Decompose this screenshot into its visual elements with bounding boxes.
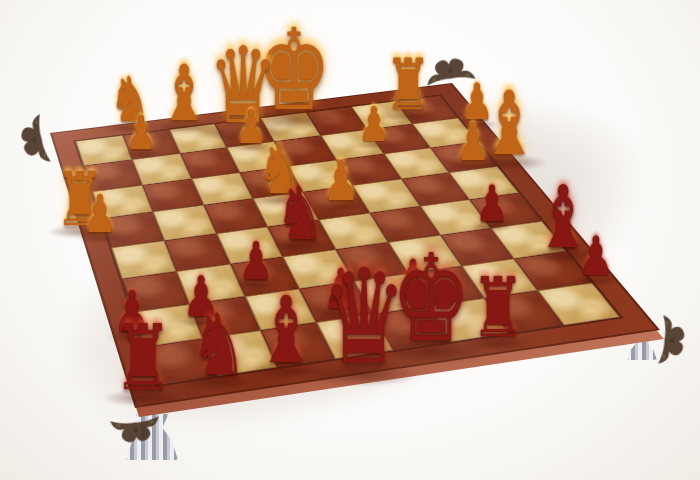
corner-bracket-icon — [107, 412, 164, 449]
pawn-glyph: ♟ — [475, 179, 508, 229]
piece-red-knight-b1[interactable]: ♞ — [181, 302, 257, 387]
piece-amber-pawn-f7[interactable]: ♟ — [352, 100, 395, 148]
pawn-glyph: ♟ — [125, 109, 156, 156]
pawn-glyph: ♟ — [358, 100, 390, 148]
piece-red-pawn-g4[interactable]: ♟ — [470, 179, 515, 229]
rook-glyph: ♜ — [113, 313, 173, 403]
piece-amber-pawn-b7[interactable]: ♟ — [120, 109, 162, 156]
pawn-glyph: ♟ — [83, 188, 118, 240]
piece-red-rook-a1[interactable]: ♜ — [103, 313, 184, 403]
queen-glyph: ♛ — [321, 252, 407, 382]
piece-amber-pawn-g6[interactable]: ♟ — [450, 116, 497, 168]
knight-glyph: ♞ — [191, 302, 247, 387]
piece-amber-pawn-a5[interactable]: ♟ — [77, 188, 124, 240]
pawn-glyph: ♟ — [456, 116, 491, 168]
piece-red-bishop-c1[interactable]: ♝ — [245, 285, 327, 377]
pawn-glyph: ♟ — [578, 230, 614, 284]
chess-photo-scene: ♞♝♛♚♜♟♟♟♟♜♟♝♟♞♟♞♟♟♝♟♟♟♟♟♜♞♝♛♚♜ — [0, 0, 700, 480]
bishop-glyph: ♝ — [255, 285, 316, 377]
piece-red-pawn-h2[interactable]: ♟ — [572, 230, 620, 284]
knight-glyph: ♞ — [275, 176, 324, 250]
corner-bracket-icon — [654, 312, 691, 369]
